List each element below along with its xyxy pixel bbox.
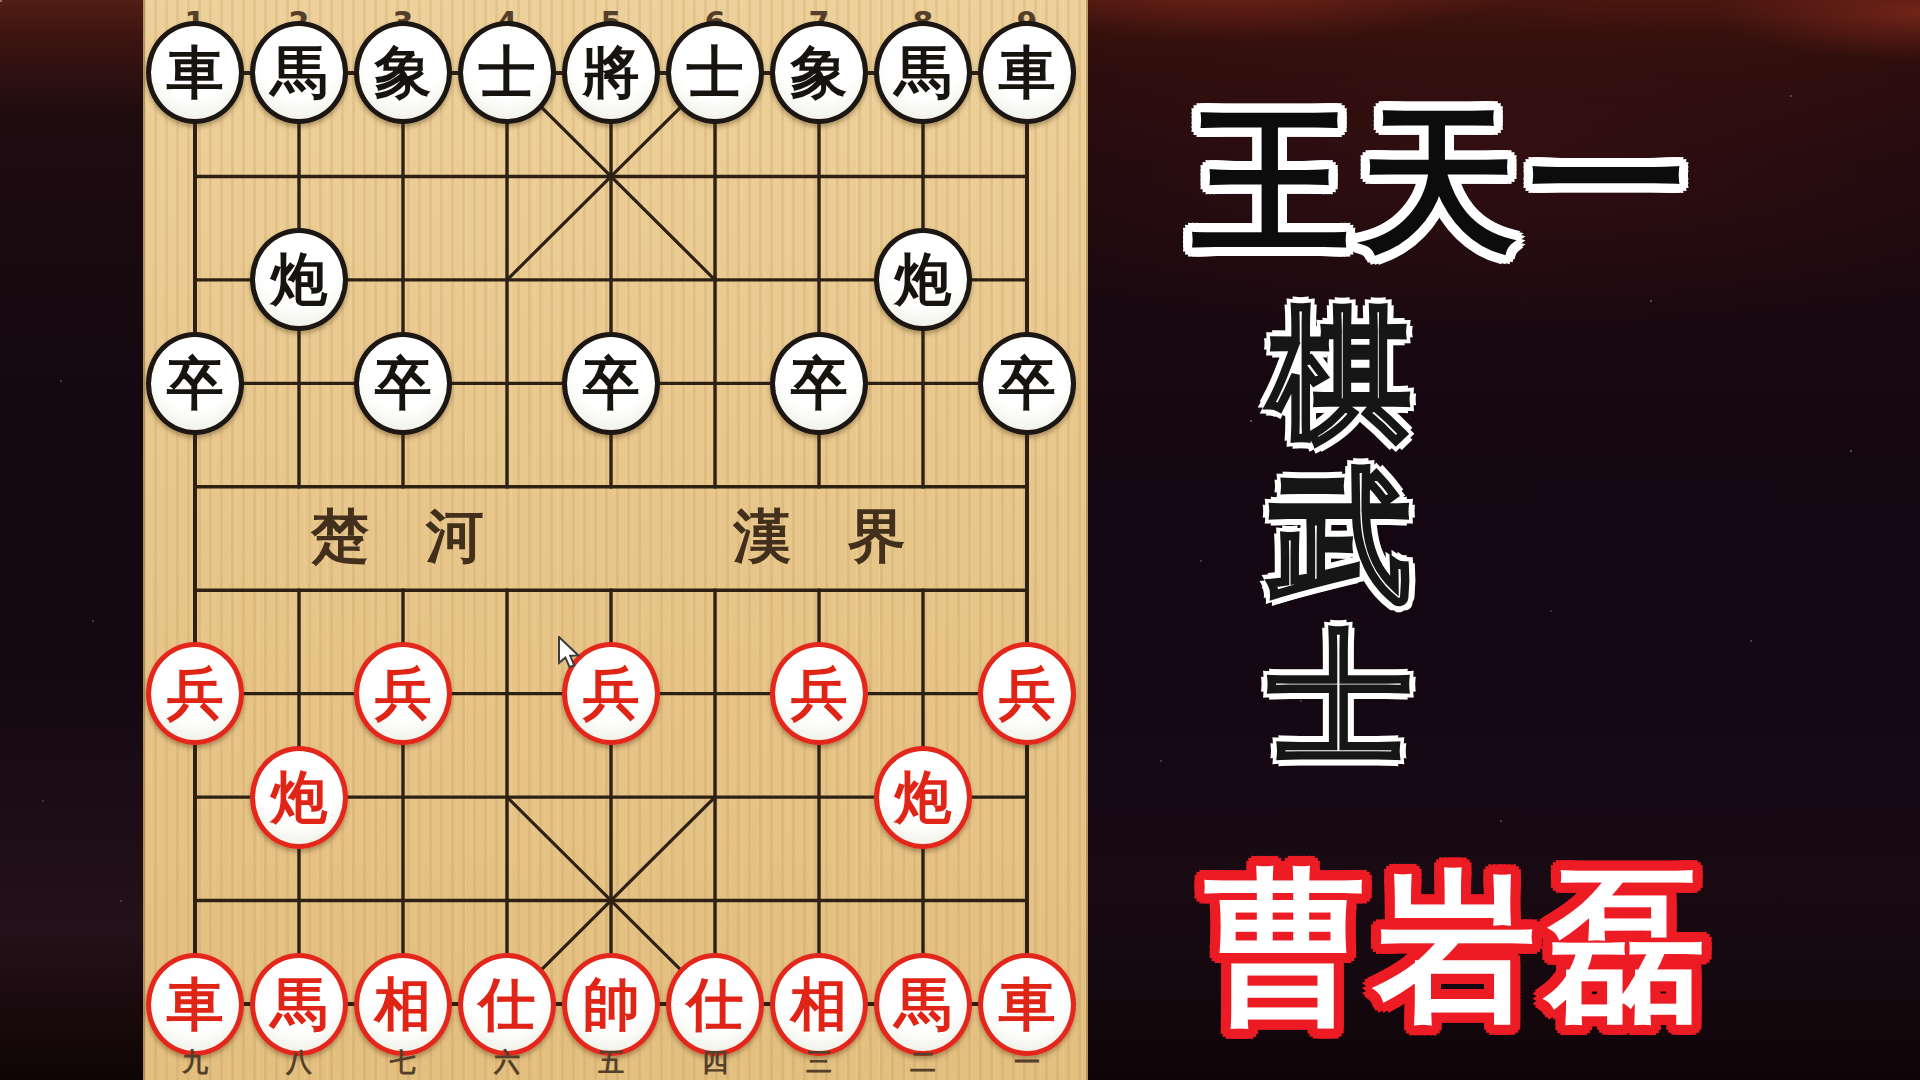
piece-glyph: 車 [167, 43, 224, 100]
piece-glyph: 兵 [791, 664, 848, 721]
board-intersection[interactable] [455, 849, 559, 953]
board-intersection[interactable] [455, 539, 559, 643]
board-intersection[interactable]: 車 [975, 21, 1079, 125]
piece-black-chariot[interactable]: 車 [978, 21, 1076, 124]
board-intersection[interactable]: 卒 [351, 332, 455, 436]
board-intersection[interactable] [247, 642, 351, 746]
piece-black-cannon[interactable]: 炮 [874, 228, 972, 331]
file-label: 四 [663, 1048, 767, 1076]
piece-black-cannon[interactable]: 炮 [250, 228, 348, 331]
board-intersection[interactable] [559, 228, 663, 332]
board-intersection[interactable] [143, 746, 247, 850]
board-intersection[interactable] [663, 332, 767, 436]
board-intersection[interactable]: 馬 [871, 21, 975, 125]
board-intersection[interactable] [351, 849, 455, 953]
piece-black-horse[interactable]: 馬 [250, 21, 348, 124]
board-intersection[interactable] [247, 849, 351, 953]
board-intersection[interactable] [559, 435, 663, 539]
board-intersection[interactable] [143, 228, 247, 332]
screenshot-stage: 123456789 楚河 漢界 車馬象士將士象馬車炮炮卒卒卒卒卒兵兵兵兵兵炮炮車… [0, 0, 1920, 1080]
board-intersection[interactable]: 相 [351, 953, 455, 1057]
piece-glyph: 卒 [791, 354, 848, 411]
piece-black-soldier[interactable]: 卒 [562, 332, 660, 435]
piece-red-horse[interactable]: 馬 [874, 953, 972, 1056]
board-intersection[interactable] [767, 228, 871, 332]
board-intersection[interactable] [767, 849, 871, 953]
piece-glyph: 卒 [999, 354, 1056, 411]
piece-black-soldier[interactable]: 卒 [978, 332, 1076, 435]
piece-black-elephant[interactable]: 象 [770, 21, 868, 124]
board-intersection[interactable] [663, 746, 767, 850]
file-label: 五 [559, 1048, 663, 1076]
file-label: 二 [871, 1048, 975, 1076]
board-intersection[interactable] [663, 849, 767, 953]
piece-glyph: 兵 [167, 664, 224, 721]
board-intersection[interactable]: 車 [143, 953, 247, 1057]
piece-glyph: 兵 [583, 664, 640, 721]
piece-red-cannon[interactable]: 炮 [874, 746, 972, 849]
piece-glyph: 炮 [271, 250, 328, 307]
board-intersection[interactable]: 炮 [871, 746, 975, 850]
title-char: 士 [1269, 624, 1411, 772]
piece-red-soldier[interactable]: 兵 [146, 642, 244, 745]
board-intersection[interactable]: 兵 [767, 642, 871, 746]
piece-red-horse[interactable]: 馬 [250, 953, 348, 1056]
board-intersection[interactable]: 象 [767, 21, 871, 125]
piece-red-general[interactable]: 帥 [562, 953, 660, 1056]
board-intersection[interactable] [871, 539, 975, 643]
piece-black-horse[interactable]: 馬 [874, 21, 972, 124]
board-intersection[interactable]: 馬 [871, 953, 975, 1057]
piece-red-soldier[interactable]: 兵 [978, 642, 1076, 745]
piece-glyph: 馬 [895, 43, 952, 100]
board-intersection[interactable]: 士 [455, 21, 559, 125]
piece-red-soldier[interactable]: 兵 [354, 642, 452, 745]
title-char: 武 [1269, 462, 1411, 610]
piece-red-cannon[interactable]: 炮 [250, 746, 348, 849]
piece-glyph: 車 [999, 43, 1056, 100]
board-intersection[interactable] [975, 435, 1079, 539]
file-label: 六 [455, 1048, 559, 1076]
piece-glyph: 象 [791, 43, 848, 100]
board-intersection[interactable] [351, 539, 455, 643]
board-intersection[interactable] [559, 125, 663, 229]
piece-red-soldier[interactable]: 兵 [770, 642, 868, 745]
board-intersection[interactable] [143, 849, 247, 953]
file-label: 三 [767, 1048, 871, 1076]
piece-glyph: 炮 [895, 768, 952, 825]
board-intersection[interactable]: 炮 [247, 228, 351, 332]
piece-glyph: 士 [687, 43, 744, 100]
piece-glyph: 仕 [479, 975, 536, 1032]
piece-black-soldier[interactable]: 卒 [770, 332, 868, 435]
mouse-cursor [556, 636, 586, 670]
piece-red-advisor[interactable]: 仕 [666, 953, 764, 1056]
board-intersection[interactable] [663, 642, 767, 746]
file-label: 九 [143, 1048, 247, 1076]
board-intersection[interactable]: 車 [975, 953, 1079, 1057]
board-intersection[interactable]: 卒 [767, 332, 871, 436]
board-intersection[interactable]: 炮 [871, 228, 975, 332]
piece-glyph: 炮 [271, 768, 328, 825]
board-intersection[interactable] [351, 125, 455, 229]
board-intersection[interactable]: 馬 [247, 953, 351, 1057]
piece-glyph: 卒 [583, 354, 640, 411]
board-intersection[interactable] [767, 435, 871, 539]
piece-glyph: 兵 [375, 664, 432, 721]
board-intersection[interactable]: 士 [663, 21, 767, 125]
title-char: 棋 [1269, 300, 1411, 448]
board-intersection[interactable] [767, 125, 871, 229]
piece-glyph: 兵 [999, 664, 1056, 721]
board-intersection[interactable] [871, 435, 975, 539]
board-intersection[interactable] [975, 228, 1079, 332]
board-intersection[interactable] [455, 332, 559, 436]
board-intersection[interactable]: 相 [767, 953, 871, 1057]
board-intersection[interactable]: 車 [143, 21, 247, 125]
board-intersection[interactable]: 仕 [455, 953, 559, 1057]
board-intersection[interactable] [663, 435, 767, 539]
board-intersection[interactable] [455, 642, 559, 746]
board-intersection[interactable]: 仕 [663, 953, 767, 1057]
board-intersection[interactable] [143, 435, 247, 539]
piece-glyph: 士 [479, 43, 536, 100]
board-intersection[interactable]: 兵 [975, 642, 1079, 746]
board-intersection[interactable]: 卒 [559, 332, 663, 436]
player-name-top: 王天一 [1192, 96, 1696, 266]
board-intersection[interactable] [975, 746, 1079, 850]
piece-black-chariot[interactable]: 車 [146, 21, 244, 124]
board-intersection[interactable]: 將 [559, 21, 663, 125]
piece-black-soldier[interactable]: 卒 [354, 332, 452, 435]
board-intersection[interactable] [975, 125, 1079, 229]
board-intersection[interactable] [455, 125, 559, 229]
piece-glyph: 馬 [895, 975, 952, 1032]
piece-glyph: 將 [583, 43, 640, 100]
board-intersection[interactable] [247, 539, 351, 643]
board-intersection[interactable] [559, 849, 663, 953]
board-intersection[interactable] [455, 435, 559, 539]
board-intersection[interactable]: 兵 [143, 642, 247, 746]
piece-black-soldier[interactable]: 卒 [146, 332, 244, 435]
piece-black-advisor[interactable]: 士 [458, 21, 556, 124]
board-intersection[interactable] [143, 539, 247, 643]
player-name-bottom: 曹岩磊 [1204, 860, 1714, 1035]
board-intersection[interactable] [143, 125, 247, 229]
piece-glyph: 仕 [687, 975, 744, 1032]
board-intersection[interactable] [871, 125, 975, 229]
background-left-strip [0, 0, 143, 1080]
piece-red-chariot[interactable]: 車 [146, 953, 244, 1056]
piece-red-advisor[interactable]: 仕 [458, 953, 556, 1056]
board-intersection[interactable] [663, 539, 767, 643]
board-intersection[interactable] [351, 228, 455, 332]
piece-red-chariot[interactable]: 車 [978, 953, 1076, 1056]
piece-glyph: 馬 [271, 43, 328, 100]
piece-glyph: 馬 [271, 975, 328, 1032]
board-intersection[interactable] [247, 435, 351, 539]
board-intersection[interactable]: 馬 [247, 21, 351, 125]
board-intersection[interactable] [559, 746, 663, 850]
file-label: 八 [247, 1048, 351, 1076]
board-intersection[interactable] [975, 539, 1079, 643]
board-intersection[interactable]: 象 [351, 21, 455, 125]
piece-black-advisor[interactable]: 士 [666, 21, 764, 124]
piece-red-elephant[interactable]: 相 [770, 953, 868, 1056]
board-intersection[interactable] [247, 125, 351, 229]
file-label: 一 [975, 1048, 1079, 1076]
board-intersection[interactable] [247, 332, 351, 436]
xiangqi-board[interactable]: 123456789 楚河 漢界 車馬象士將士象馬車炮炮卒卒卒卒卒兵兵兵兵兵炮炮車… [143, 0, 1088, 1080]
board-intersection[interactable] [351, 746, 455, 850]
piece-glyph: 相 [791, 975, 848, 1032]
board-intersection[interactable] [871, 642, 975, 746]
board-intersection[interactable] [871, 849, 975, 953]
board-intersection[interactable]: 兵 [351, 642, 455, 746]
piece-glyph: 卒 [167, 354, 224, 411]
piece-glyph: 炮 [895, 250, 952, 307]
board-intersection[interactable]: 卒 [143, 332, 247, 436]
board-intersection[interactable]: 帥 [559, 953, 663, 1057]
piece-glyph: 卒 [375, 354, 432, 411]
app-title-vertical: 棋武士 [1260, 300, 1420, 772]
board-intersection[interactable] [455, 746, 559, 850]
board-intersection[interactable] [663, 228, 767, 332]
piece-grid: 車馬象士將士象馬車炮炮卒卒卒卒卒兵兵兵兵兵炮炮車馬相仕帥仕相馬車 [143, 21, 1079, 1056]
board-intersection[interactable] [455, 228, 559, 332]
piece-glyph: 車 [999, 975, 1056, 1032]
piece-glyph: 車 [167, 975, 224, 1032]
background-stars [0, 0, 2, 2]
board-intersection[interactable] [767, 746, 871, 850]
file-label: 七 [351, 1048, 455, 1076]
board-intersection[interactable] [663, 125, 767, 229]
piece-red-elephant[interactable]: 相 [354, 953, 452, 1056]
piece-glyph: 帥 [583, 975, 640, 1032]
board-intersection[interactable]: 炮 [247, 746, 351, 850]
file-labels-bottom: 九八七六五四三二一 [143, 1048, 1079, 1076]
board-intersection[interactable] [975, 849, 1079, 953]
board-intersection[interactable] [871, 332, 975, 436]
piece-glyph: 象 [375, 43, 432, 100]
board-intersection[interactable] [351, 435, 455, 539]
piece-glyph: 相 [375, 975, 432, 1032]
board-intersection[interactable] [559, 539, 663, 643]
piece-black-elephant[interactable]: 象 [354, 21, 452, 124]
piece-black-general[interactable]: 將 [562, 21, 660, 124]
board-intersection[interactable]: 卒 [975, 332, 1079, 436]
board-intersection[interactable] [767, 539, 871, 643]
